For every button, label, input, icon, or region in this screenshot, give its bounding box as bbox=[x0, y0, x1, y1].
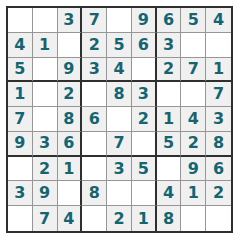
cell-r3c1[interactable]: 5 bbox=[8, 58, 33, 83]
cell-r1c7[interactable]: 6 bbox=[157, 8, 182, 33]
cell-r1c1[interactable] bbox=[8, 8, 33, 33]
cell-r4c2[interactable] bbox=[33, 82, 58, 107]
cell-r4c4[interactable] bbox=[82, 82, 107, 107]
cell-r1c9[interactable]: 4 bbox=[206, 8, 231, 33]
cell-r2c9[interactable] bbox=[206, 33, 231, 58]
cell-r9c4[interactable] bbox=[82, 206, 107, 231]
cell-r8c3[interactable] bbox=[58, 181, 83, 206]
cell-r9c8[interactable] bbox=[181, 206, 206, 231]
cell-r5c3[interactable]: 8 bbox=[58, 107, 83, 132]
cell-r2c4[interactable]: 2 bbox=[82, 33, 107, 58]
cell-r5c2[interactable] bbox=[33, 107, 58, 132]
cell-r8c6[interactable] bbox=[132, 181, 157, 206]
cell-r8c2[interactable]: 9 bbox=[33, 181, 58, 206]
cell-r2c6[interactable]: 6 bbox=[132, 33, 157, 58]
cell-r7c1[interactable] bbox=[8, 157, 33, 182]
cell-r8c5[interactable] bbox=[107, 181, 132, 206]
cell-r3c5[interactable]: 4 bbox=[107, 58, 132, 83]
cell-r7c7[interactable] bbox=[157, 157, 182, 182]
cell-r4c1[interactable]: 1 bbox=[8, 82, 33, 107]
cell-r3c2[interactable] bbox=[33, 58, 58, 83]
cell-r7c5[interactable]: 3 bbox=[107, 157, 132, 182]
cell-r2c2[interactable]: 1 bbox=[33, 33, 58, 58]
cell-r4c6[interactable]: 3 bbox=[132, 82, 157, 107]
cell-r9c6[interactable]: 1 bbox=[132, 206, 157, 231]
cell-r9c2[interactable]: 7 bbox=[33, 206, 58, 231]
cell-r3c4[interactable]: 3 bbox=[82, 58, 107, 83]
cell-r4c7[interactable] bbox=[157, 82, 182, 107]
cell-r8c1[interactable]: 3 bbox=[8, 181, 33, 206]
cell-r3c8[interactable]: 7 bbox=[181, 58, 206, 83]
cell-r3c3[interactable]: 9 bbox=[58, 58, 83, 83]
cell-r1c2[interactable] bbox=[33, 8, 58, 33]
cell-r7c8[interactable]: 9 bbox=[181, 157, 206, 182]
cell-r6c9[interactable]: 8 bbox=[206, 132, 231, 157]
cell-r1c3[interactable]: 3 bbox=[58, 8, 83, 33]
cell-r7c6[interactable]: 5 bbox=[132, 157, 157, 182]
cell-r9c1[interactable] bbox=[8, 206, 33, 231]
cell-r2c1[interactable]: 4 bbox=[8, 33, 33, 58]
cell-r7c3[interactable]: 1 bbox=[58, 157, 83, 182]
cell-r8c9[interactable]: 2 bbox=[206, 181, 231, 206]
cell-r4c9[interactable]: 7 bbox=[206, 82, 231, 107]
cell-r7c2[interactable]: 2 bbox=[33, 157, 58, 182]
cell-r2c3[interactable] bbox=[58, 33, 83, 58]
cell-r6c5[interactable]: 7 bbox=[107, 132, 132, 157]
cell-r3c7[interactable]: 2 bbox=[157, 58, 182, 83]
sudoku-board: 3796544125635934271128377862143936752821… bbox=[6, 6, 233, 233]
cell-r6c4[interactable] bbox=[82, 132, 107, 157]
cell-r5c7[interactable]: 1 bbox=[157, 107, 182, 132]
cell-r5c8[interactable]: 4 bbox=[181, 107, 206, 132]
cell-r9c7[interactable]: 8 bbox=[157, 206, 182, 231]
cell-r5c9[interactable]: 3 bbox=[206, 107, 231, 132]
cell-r5c6[interactable]: 2 bbox=[132, 107, 157, 132]
cell-r6c8[interactable]: 2 bbox=[181, 132, 206, 157]
cell-r7c4[interactable] bbox=[82, 157, 107, 182]
cell-r6c2[interactable]: 3 bbox=[33, 132, 58, 157]
cell-r6c6[interactable] bbox=[132, 132, 157, 157]
cell-r2c7[interactable]: 3 bbox=[157, 33, 182, 58]
cell-r5c1[interactable]: 7 bbox=[8, 107, 33, 132]
cell-r4c5[interactable]: 8 bbox=[107, 82, 132, 107]
cell-r6c7[interactable]: 5 bbox=[157, 132, 182, 157]
cell-r2c8[interactable] bbox=[181, 33, 206, 58]
cell-r8c4[interactable]: 8 bbox=[82, 181, 107, 206]
cell-r9c5[interactable]: 2 bbox=[107, 206, 132, 231]
cell-r2c5[interactable]: 5 bbox=[107, 33, 132, 58]
cell-r3c9[interactable]: 1 bbox=[206, 58, 231, 83]
cell-r8c8[interactable]: 1 bbox=[181, 181, 206, 206]
cell-r7c9[interactable]: 6 bbox=[206, 157, 231, 182]
cell-r6c1[interactable]: 9 bbox=[8, 132, 33, 157]
cell-r1c4[interactable]: 7 bbox=[82, 8, 107, 33]
cell-r4c3[interactable]: 2 bbox=[58, 82, 83, 107]
cell-r1c6[interactable]: 9 bbox=[132, 8, 157, 33]
cell-r5c4[interactable]: 6 bbox=[82, 107, 107, 132]
cell-r5c5[interactable] bbox=[107, 107, 132, 132]
cell-r3c6[interactable] bbox=[132, 58, 157, 83]
cell-r4c8[interactable] bbox=[181, 82, 206, 107]
cell-r9c3[interactable]: 4 bbox=[58, 206, 83, 231]
cell-r8c7[interactable]: 4 bbox=[157, 181, 182, 206]
cell-r1c8[interactable]: 5 bbox=[181, 8, 206, 33]
cell-r1c5[interactable] bbox=[107, 8, 132, 33]
cell-r9c9[interactable] bbox=[206, 206, 231, 231]
sudoku-page: 3796544125635934271128377862143936752821… bbox=[0, 0, 240, 240]
cell-r6c3[interactable]: 6 bbox=[58, 132, 83, 157]
